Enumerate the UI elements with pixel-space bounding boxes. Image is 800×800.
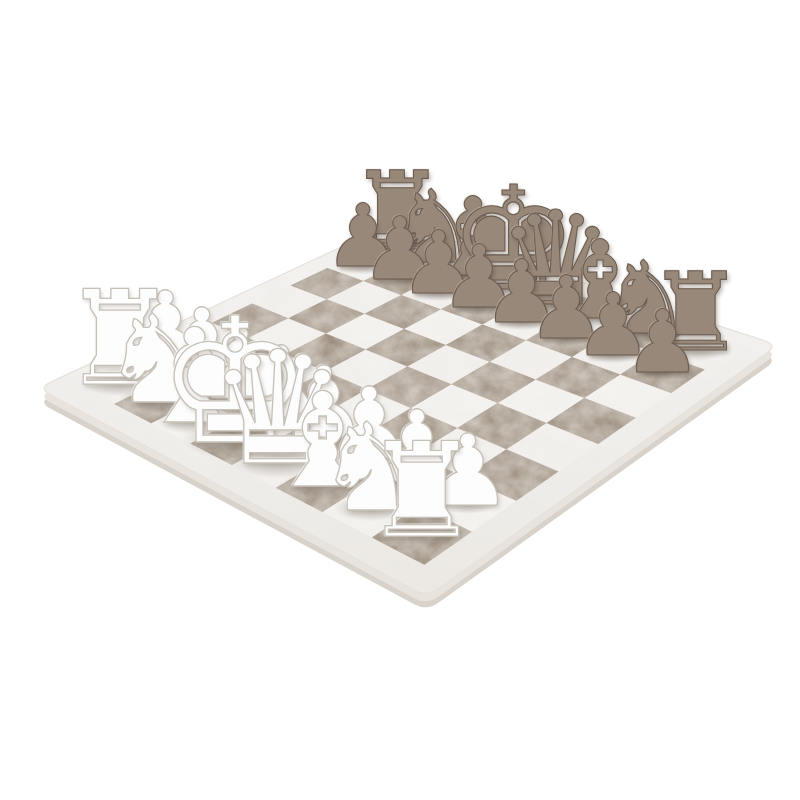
chess-board <box>0 0 800 800</box>
product-photo-stage: ♜♞♝♛♚♝♞♜♟♟♟♟♟♟♟♟♟♟♟♟♟♟♟♟♜♞♝♛♚♝♞♜ <box>0 0 800 800</box>
